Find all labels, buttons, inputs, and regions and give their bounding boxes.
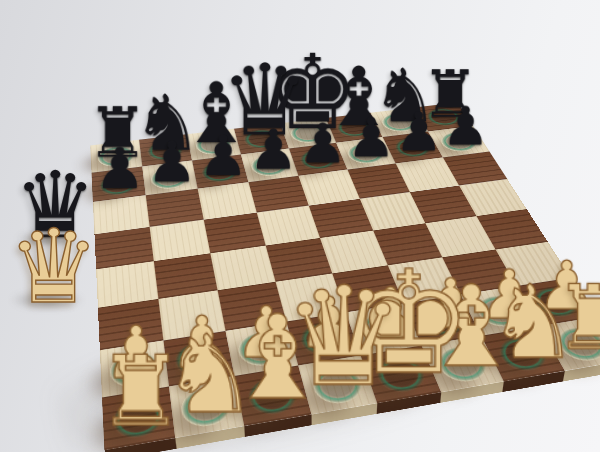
chess-board: ♜♞♝♛♚♝♞♜♟♟♟♟♟♟♟♟♟♟♟♟♟♟♟♟♜♞♝♛♚♝♞♜ [90, 102, 600, 450]
piece-black-pawn-g7[interactable]: ♟ [394, 105, 442, 159]
piece-black-pawn-a7[interactable]: ♟ [94, 140, 145, 197]
square-c6[interactable] [198, 182, 257, 219]
piece-white-rook-a1[interactable]: ♜ [97, 343, 183, 439]
square-c4[interactable] [210, 246, 275, 291]
piece-black-pawn-e7[interactable]: ♟ [298, 116, 347, 171]
piece-black-pawn-f7[interactable]: ♟ [346, 110, 395, 164]
spare-white-queen[interactable]: ♛ [8, 216, 99, 318]
piece-black-pawn-d7[interactable]: ♟ [248, 122, 297, 177]
piece-black-pawn-b7[interactable]: ♟ [146, 134, 196, 190]
photo-backdrop: ♜♞♝♛♚♝♞♜♟♟♟♟♟♟♟♟♟♟♟♟♟♟♟♟♜♞♝♛♚♝♞♜ ♛♛ [0, 0, 600, 452]
square-a1[interactable]: ♜ [102, 387, 175, 451]
square-a4[interactable] [96, 261, 158, 308]
square-b6[interactable] [146, 189, 204, 227]
piece-black-pawn-c7[interactable]: ♟ [198, 128, 248, 184]
piece-black-pawn-h7[interactable]: ♟ [441, 99, 489, 152]
